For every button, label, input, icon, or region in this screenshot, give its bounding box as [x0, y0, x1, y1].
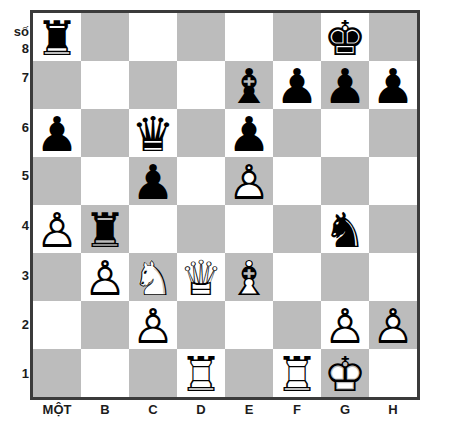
square-b1[interactable]	[81, 349, 129, 397]
square-c5[interactable]: ♟	[129, 157, 177, 205]
file-label-d: D	[177, 401, 225, 419]
square-f1[interactable]: ♜♖	[273, 349, 321, 397]
square-a8[interactable]: ♜	[33, 13, 81, 61]
square-g4[interactable]: ♞	[321, 205, 369, 253]
square-h2[interactable]: ♟♙	[369, 301, 417, 349]
black-rook[interactable]: ♜	[81, 205, 129, 253]
square-g3[interactable]	[321, 253, 369, 301]
black-pawn[interactable]: ♟	[321, 61, 369, 109]
square-a6[interactable]: ♟	[33, 109, 81, 157]
rank-label-2: 2	[0, 317, 29, 333]
white-bishop[interactable]: ♝♗	[225, 253, 273, 301]
square-e1[interactable]	[225, 349, 273, 397]
file-label-g: G	[321, 401, 369, 419]
file-label-f: F	[273, 401, 321, 419]
chess-board: ♜♚♝♟♟♟♟♛♟♟♟♙♟♙♜♞♟♙♞♘♛♕♝♗♟♙♟♙♟♙♜♖♜♖♚♔	[30, 10, 420, 400]
file-label-a: MỘT	[33, 401, 81, 419]
square-c8[interactable]	[129, 13, 177, 61]
black-king[interactable]: ♚	[321, 13, 369, 61]
white-pawn[interactable]: ♟♙	[321, 301, 369, 349]
square-g2[interactable]: ♟♙	[321, 301, 369, 349]
square-e4[interactable]	[225, 205, 273, 253]
square-g8[interactable]: ♚	[321, 13, 369, 61]
black-knight[interactable]: ♞	[321, 205, 369, 253]
white-rook[interactable]: ♜♖	[273, 349, 321, 397]
square-f8[interactable]	[273, 13, 321, 61]
square-d6[interactable]	[177, 109, 225, 157]
square-a1[interactable]	[33, 349, 81, 397]
square-f4[interactable]	[273, 205, 321, 253]
white-pawn[interactable]: ♟♙	[225, 157, 273, 205]
chess-diagram: số 87654321 ♜♚♝♟♟♟♟♛♟♟♟♙♟♙♜♞♟♙♞♘♛♕♝♗♟♙♟♙…	[0, 0, 469, 421]
square-a5[interactable]	[33, 157, 81, 205]
square-e8[interactable]	[225, 13, 273, 61]
square-a7[interactable]	[33, 61, 81, 109]
file-label-c: C	[129, 401, 177, 419]
square-g5[interactable]	[321, 157, 369, 205]
square-d2[interactable]	[177, 301, 225, 349]
black-pawn[interactable]: ♟	[129, 157, 177, 205]
square-f5[interactable]	[273, 157, 321, 205]
square-b2[interactable]	[81, 301, 129, 349]
black-rook[interactable]: ♜	[33, 13, 81, 61]
square-a4[interactable]: ♟♙	[33, 205, 81, 253]
square-d1[interactable]: ♜♖	[177, 349, 225, 397]
square-e7[interactable]: ♝	[225, 61, 273, 109]
square-a3[interactable]	[33, 253, 81, 301]
rank-label-7: 7	[0, 70, 29, 86]
square-c1[interactable]	[129, 349, 177, 397]
square-c2[interactable]: ♟♙	[129, 301, 177, 349]
black-pawn[interactable]: ♟	[33, 109, 81, 157]
square-c6[interactable]: ♛	[129, 109, 177, 157]
square-d3[interactable]: ♛♕	[177, 253, 225, 301]
square-g1[interactable]: ♚♔	[321, 349, 369, 397]
square-h6[interactable]	[369, 109, 417, 157]
square-b8[interactable]	[81, 13, 129, 61]
white-pawn[interactable]: ♟♙	[129, 301, 177, 349]
square-h1[interactable]	[369, 349, 417, 397]
square-a2[interactable]	[33, 301, 81, 349]
square-h4[interactable]	[369, 205, 417, 253]
square-d5[interactable]	[177, 157, 225, 205]
file-label-h: H	[369, 401, 417, 419]
square-b7[interactable]	[81, 61, 129, 109]
rank-label-3: 3	[0, 268, 29, 284]
white-queen[interactable]: ♛♕	[177, 253, 225, 301]
square-h5[interactable]	[369, 157, 417, 205]
square-h3[interactable]	[369, 253, 417, 301]
white-knight[interactable]: ♞♘	[129, 253, 177, 301]
square-b3[interactable]: ♟♙	[81, 253, 129, 301]
file-label-b: B	[81, 401, 129, 419]
square-e3[interactable]: ♝♗	[225, 253, 273, 301]
square-f7[interactable]: ♟	[273, 61, 321, 109]
square-f2[interactable]	[273, 301, 321, 349]
square-g6[interactable]	[321, 109, 369, 157]
square-b5[interactable]	[81, 157, 129, 205]
rank-label-4: 4	[0, 218, 29, 234]
square-g7[interactable]: ♟	[321, 61, 369, 109]
white-pawn[interactable]: ♟♙	[81, 253, 129, 301]
corner-note: số	[0, 24, 29, 40]
square-c3[interactable]: ♞♘	[129, 253, 177, 301]
square-e5[interactable]: ♟♙	[225, 157, 273, 205]
square-b6[interactable]	[81, 109, 129, 157]
square-e2[interactable]	[225, 301, 273, 349]
square-d7[interactable]	[177, 61, 225, 109]
rank-label-8: 8	[0, 41, 29, 57]
black-queen[interactable]: ♛	[129, 109, 177, 157]
square-c7[interactable]	[129, 61, 177, 109]
white-king[interactable]: ♚♔	[321, 349, 369, 397]
file-labels: MỘTBCDEFGH	[33, 401, 417, 419]
white-rook[interactable]: ♜♖	[177, 349, 225, 397]
rank-label-5: 5	[0, 168, 29, 184]
square-f6[interactable]	[273, 109, 321, 157]
black-pawn[interactable]: ♟	[225, 109, 273, 157]
black-pawn[interactable]: ♟	[273, 61, 321, 109]
black-bishop[interactable]: ♝	[225, 61, 273, 109]
black-pawn[interactable]: ♟	[369, 61, 417, 109]
file-label-e: E	[225, 401, 273, 419]
square-f3[interactable]	[273, 253, 321, 301]
rank-label-6: 6	[0, 120, 29, 136]
square-h8[interactable]	[369, 13, 417, 61]
square-e6[interactable]: ♟	[225, 109, 273, 157]
square-d4[interactable]	[177, 205, 225, 253]
white-pawn[interactable]: ♟♙	[369, 301, 417, 349]
white-pawn[interactable]: ♟♙	[33, 205, 81, 253]
square-d8[interactable]	[177, 13, 225, 61]
rank-labels: số 87654321	[0, 0, 31, 400]
square-h7[interactable]: ♟	[369, 61, 417, 109]
square-c4[interactable]	[129, 205, 177, 253]
rank-label-1: 1	[0, 366, 29, 382]
square-b4[interactable]: ♜	[81, 205, 129, 253]
